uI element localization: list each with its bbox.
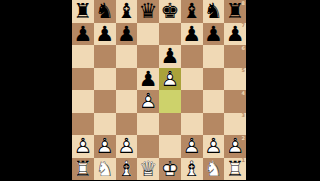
square-e5[interactable]: ♟	[159, 68, 181, 91]
piece-black-queen[interactable]: ♛	[137, 0, 159, 23]
square-g4[interactable]	[203, 90, 225, 113]
piece-black-knight[interactable]: ♞	[94, 0, 116, 23]
square-e2[interactable]	[159, 135, 181, 158]
piece-white-bishop[interactable]: ♝	[116, 158, 138, 181]
square-a6[interactable]	[72, 45, 94, 68]
square-b4[interactable]	[94, 90, 116, 113]
piece-black-king[interactable]: ♚	[159, 0, 181, 23]
square-f5[interactable]	[181, 68, 203, 91]
piece-black-pawn[interactable]: ♟	[159, 45, 181, 68]
square-a8[interactable]: ♜	[72, 0, 94, 23]
square-h2[interactable]: ♟2	[224, 135, 246, 158]
piece-black-pawn[interactable]: ♟	[116, 23, 138, 46]
square-h8[interactable]: ♜8	[224, 0, 246, 23]
square-h5[interactable]: 5	[224, 68, 246, 91]
square-c3[interactable]	[116, 113, 138, 136]
square-b8[interactable]: ♞	[94, 0, 116, 23]
square-e8[interactable]: ♚	[159, 0, 181, 23]
piece-white-pawn[interactable]: ♟	[203, 135, 225, 158]
piece-black-pawn[interactable]: ♟	[137, 68, 159, 91]
piece-white-pawn[interactable]: ♟	[137, 90, 159, 113]
piece-white-pawn[interactable]: ♟	[94, 135, 116, 158]
rank-label-3: 3	[242, 113, 245, 118]
square-d6[interactable]	[137, 45, 159, 68]
piece-black-pawn[interactable]: ♟	[203, 23, 225, 46]
square-d4[interactable]: ♟	[137, 90, 159, 113]
square-c8[interactable]: ♝	[116, 0, 138, 23]
square-a7[interactable]: ♟	[72, 23, 94, 46]
piece-black-pawn[interactable]: ♟	[72, 23, 94, 46]
square-f7[interactable]: ♟	[181, 23, 203, 46]
chess-app-frame: ♜♞♝♛♚♝♞♜8♟♟♟♟♟♟7♟6♟♟5♟43♟♟♟♟♟♟2♜♞♝♛♚♝♞♜1	[0, 0, 320, 180]
square-c6[interactable]	[116, 45, 138, 68]
piece-black-rook[interactable]: ♜	[72, 0, 94, 23]
piece-black-knight[interactable]: ♞	[203, 0, 225, 23]
square-g1[interactable]: ♞	[203, 158, 225, 181]
square-b5[interactable]	[94, 68, 116, 91]
piece-white-bishop[interactable]: ♝	[181, 158, 203, 181]
square-h1[interactable]: ♜1	[224, 158, 246, 181]
square-b3[interactable]	[94, 113, 116, 136]
square-a5[interactable]	[72, 68, 94, 91]
square-h3[interactable]: 3	[224, 113, 246, 136]
piece-black-pawn[interactable]: ♟	[94, 23, 116, 46]
square-f2[interactable]: ♟	[181, 135, 203, 158]
square-g2[interactable]: ♟	[203, 135, 225, 158]
square-h6[interactable]: 6	[224, 45, 246, 68]
square-a2[interactable]: ♟	[72, 135, 94, 158]
square-e4[interactable]	[159, 90, 181, 113]
rank-label-7: 7	[242, 23, 245, 28]
letterbox-left	[0, 0, 72, 180]
square-c1[interactable]: ♝	[116, 158, 138, 181]
piece-white-knight[interactable]: ♞	[203, 158, 225, 181]
rank-label-6: 6	[242, 46, 245, 51]
rank-label-5: 5	[242, 68, 245, 73]
piece-white-king[interactable]: ♚	[159, 158, 181, 181]
square-b2[interactable]: ♟	[94, 135, 116, 158]
piece-black-bishop[interactable]: ♝	[181, 0, 203, 23]
square-d1[interactable]: ♛	[137, 158, 159, 181]
square-c4[interactable]	[116, 90, 138, 113]
square-d8[interactable]: ♛	[137, 0, 159, 23]
piece-white-queen[interactable]: ♛	[137, 158, 159, 181]
square-a1[interactable]: ♜	[72, 158, 94, 181]
square-g8[interactable]: ♞	[203, 0, 225, 23]
piece-white-rook[interactable]: ♜	[72, 158, 94, 181]
rank-label-2: 2	[242, 136, 245, 141]
square-e7[interactable]	[159, 23, 181, 46]
square-h4[interactable]: 4	[224, 90, 246, 113]
square-b7[interactable]: ♟	[94, 23, 116, 46]
square-a4[interactable]	[72, 90, 94, 113]
square-c2[interactable]: ♟	[116, 135, 138, 158]
square-f3[interactable]	[181, 113, 203, 136]
square-d5[interactable]: ♟	[137, 68, 159, 91]
square-d3[interactable]	[137, 113, 159, 136]
piece-black-bishop[interactable]: ♝	[116, 0, 138, 23]
square-h7[interactable]: ♟7	[224, 23, 246, 46]
square-b1[interactable]: ♞	[94, 158, 116, 181]
rank-label-8: 8	[242, 1, 245, 6]
rank-label-1: 1	[242, 158, 245, 163]
square-g3[interactable]	[203, 113, 225, 136]
square-g5[interactable]	[203, 68, 225, 91]
square-d7[interactable]	[137, 23, 159, 46]
piece-white-pawn[interactable]: ♟	[116, 135, 138, 158]
piece-white-pawn[interactable]: ♟	[72, 135, 94, 158]
letterbox-right	[246, 0, 320, 180]
square-d2[interactable]	[137, 135, 159, 158]
square-c7[interactable]: ♟	[116, 23, 138, 46]
square-f6[interactable]	[181, 45, 203, 68]
square-g6[interactable]	[203, 45, 225, 68]
piece-white-pawn[interactable]: ♟	[181, 135, 203, 158]
square-e3[interactable]	[159, 113, 181, 136]
square-f4[interactable]	[181, 90, 203, 113]
square-e1[interactable]: ♚	[159, 158, 181, 181]
rank-label-4: 4	[242, 91, 245, 96]
square-g7[interactable]: ♟	[203, 23, 225, 46]
square-f1[interactable]: ♝	[181, 158, 203, 181]
square-b6[interactable]	[94, 45, 116, 68]
piece-white-pawn[interactable]: ♟	[159, 68, 181, 91]
chess-board: ♜♞♝♛♚♝♞♜8♟♟♟♟♟♟7♟6♟♟5♟43♟♟♟♟♟♟2♜♞♝♛♚♝♞♜1	[72, 0, 246, 180]
square-e6[interactable]: ♟	[159, 45, 181, 68]
square-a3[interactable]	[72, 113, 94, 136]
piece-white-knight[interactable]: ♞	[94, 158, 116, 181]
piece-black-pawn[interactable]: ♟	[181, 23, 203, 46]
square-f8[interactable]: ♝	[181, 0, 203, 23]
square-c5[interactable]	[116, 68, 138, 91]
